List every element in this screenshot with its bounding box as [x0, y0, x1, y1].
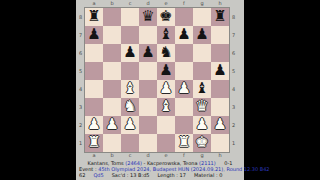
file-labels-top: abcdefgh	[85, 0, 229, 8]
square-c4[interactable]: ♝	[121, 80, 139, 98]
rank-label-1: 1	[76, 134, 85, 152]
square-h1[interactable]	[211, 134, 229, 152]
file-label-f: f	[175, 152, 193, 159]
info-move-number: 62	[79, 172, 85, 178]
square-c7[interactable]	[121, 26, 139, 44]
square-a5[interactable]	[85, 62, 103, 80]
square-d2[interactable]	[139, 116, 157, 134]
square-a4[interactable]	[85, 80, 103, 98]
info-line: 62 Qd5 Sac'd : 13 B:d5 Length : 17 Mater…	[79, 172, 241, 178]
black-bishop: ♝	[193, 80, 211, 98]
file-label-f: f	[175, 0, 193, 8]
square-g7[interactable]: ♟	[193, 26, 211, 44]
rank-label-2: 2	[229, 116, 238, 134]
rank-label-7: 7	[229, 26, 238, 44]
rank-label-5: 5	[76, 62, 85, 80]
square-c2[interactable]: ♟	[121, 116, 139, 134]
rank-label-6: 6	[76, 44, 85, 62]
rank-labels-left: 87654321	[76, 8, 85, 152]
black-rook: ♜	[211, 8, 229, 26]
rank-label-5: 5	[229, 62, 238, 80]
square-e8[interactable]: ♚	[157, 8, 175, 26]
rank-label-3: 3	[76, 98, 85, 116]
square-d4[interactable]	[139, 80, 157, 98]
white-pawn: ♟	[211, 116, 229, 134]
square-a7[interactable]: ♟	[85, 26, 103, 44]
diagram-panel: abcdefgh 87654321 ♜♛♚♜♟♝♟♟♟♟♞♟♟♝♟♟♝♞♝♛♟♟…	[76, 0, 244, 180]
white-pawn: ♟	[157, 80, 175, 98]
black-pawn: ♟	[121, 44, 139, 62]
rank-label-7: 7	[76, 26, 85, 44]
info-move[interactable]: Qd5	[93, 172, 103, 178]
file-label-d: d	[139, 152, 157, 159]
square-h2[interactable]: ♟	[211, 116, 229, 134]
rank-label-4: 4	[229, 80, 238, 98]
square-h6[interactable]	[211, 44, 229, 62]
black-pawn: ♟	[157, 62, 175, 80]
white-pawn: ♟	[103, 116, 121, 134]
white-rook: ♜	[175, 134, 193, 152]
square-g4[interactable]: ♝	[193, 80, 211, 98]
square-f2[interactable]	[175, 116, 193, 134]
black-rook: ♜	[85, 8, 103, 26]
square-b6[interactable]	[103, 44, 121, 62]
square-a8[interactable]: ♜	[85, 8, 103, 26]
square-h4[interactable]	[211, 80, 229, 98]
square-h3[interactable]	[211, 98, 229, 116]
caption: Kantans, Toms (2464) - Kacperowska, Teon…	[76, 159, 244, 178]
rank-label-8: 8	[76, 8, 85, 26]
white-rook: ♜	[85, 134, 103, 152]
file-label-c: c	[121, 152, 139, 159]
square-g5[interactable]	[193, 62, 211, 80]
rank-label-8: 8	[229, 8, 238, 26]
square-g3[interactable]: ♛	[193, 98, 211, 116]
black-pawn: ♟	[139, 44, 157, 62]
square-d8[interactable]: ♛	[139, 8, 157, 26]
square-b2[interactable]: ♟	[103, 116, 121, 134]
square-f1[interactable]: ♜	[175, 134, 193, 152]
square-b8[interactable]	[103, 8, 121, 26]
white-knight: ♞	[121, 98, 139, 116]
white-king: ♚	[193, 134, 211, 152]
eco-code[interactable]: B42	[260, 166, 270, 172]
white-queen: ♛	[193, 98, 211, 116]
square-h8[interactable]: ♜	[211, 8, 229, 26]
square-e7[interactable]: ♝	[157, 26, 175, 44]
file-label-b: b	[103, 152, 121, 159]
square-g2[interactable]: ♟	[193, 116, 211, 134]
square-d6[interactable]: ♟	[139, 44, 157, 62]
square-f7[interactable]: ♟	[175, 26, 193, 44]
square-e4[interactable]: ♟	[157, 80, 175, 98]
file-label-b: b	[103, 0, 121, 8]
rank-label-2: 2	[76, 116, 85, 134]
square-e3[interactable]: ♝	[157, 98, 175, 116]
black-bishop: ♝	[157, 26, 175, 44]
square-d5[interactable]	[139, 62, 157, 80]
square-f3[interactable]	[175, 98, 193, 116]
black-knight: ♞	[157, 44, 175, 62]
info-sac: Sac'd : 13 B:d5	[112, 172, 150, 178]
square-f5[interactable]	[175, 62, 193, 80]
file-label-h: h	[211, 152, 229, 159]
square-c5[interactable]	[121, 62, 139, 80]
info-material: Material : 0	[194, 172, 222, 178]
file-label-g: g	[193, 152, 211, 159]
square-b5[interactable]	[103, 62, 121, 80]
square-d7[interactable]	[139, 26, 157, 44]
square-e2[interactable]	[157, 116, 175, 134]
rank-label-1: 1	[229, 134, 238, 152]
square-d3[interactable]	[139, 98, 157, 116]
square-f8[interactable]	[175, 8, 193, 26]
square-a3[interactable]	[85, 98, 103, 116]
file-label-c: c	[121, 0, 139, 8]
square-e5[interactable]: ♟	[157, 62, 175, 80]
square-e6[interactable]: ♞	[157, 44, 175, 62]
square-b1[interactable]	[103, 134, 121, 152]
square-b7[interactable]	[103, 26, 121, 44]
white-pawn: ♟	[193, 116, 211, 134]
black-pawn: ♟	[211, 62, 229, 80]
square-h5[interactable]: ♟	[211, 62, 229, 80]
white-pawn: ♟	[175, 80, 193, 98]
black-pawn: ♟	[175, 26, 193, 44]
square-f4[interactable]: ♟	[175, 80, 193, 98]
rank-label-4: 4	[76, 80, 85, 98]
square-a6[interactable]	[85, 44, 103, 62]
square-g8[interactable]	[193, 8, 211, 26]
square-a2[interactable]: ♟	[85, 116, 103, 134]
square-h7[interactable]	[211, 26, 229, 44]
square-c6[interactable]: ♟	[121, 44, 139, 62]
info-length: Length : 17	[158, 172, 186, 178]
white-pawn: ♟	[121, 116, 139, 134]
white-bishop: ♝	[121, 80, 139, 98]
rank-label-6: 6	[229, 44, 238, 62]
square-a1[interactable]: ♜	[85, 134, 103, 152]
black-pawn: ♟	[85, 26, 103, 44]
rank-label-3: 3	[229, 98, 238, 116]
file-labels-bottom: abcdefgh	[85, 152, 229, 159]
file-label-a: a	[85, 152, 103, 159]
square-b4[interactable]	[103, 80, 121, 98]
square-g6[interactable]	[193, 44, 211, 62]
square-d1[interactable]	[139, 134, 157, 152]
white-pawn: ♟	[85, 116, 103, 134]
square-c1[interactable]	[121, 134, 139, 152]
rank-labels-right: 87654321	[229, 8, 244, 152]
black-king: ♚	[157, 8, 175, 26]
black-pawn: ♟	[193, 26, 211, 44]
square-e1[interactable]	[157, 134, 175, 152]
white-bishop: ♝	[157, 98, 175, 116]
square-c8[interactable]	[121, 8, 139, 26]
square-g1[interactable]: ♚	[193, 134, 211, 152]
square-f6[interactable]	[175, 44, 193, 62]
file-label-e: e	[157, 152, 175, 159]
square-b3[interactable]	[103, 98, 121, 116]
black-queen: ♛	[139, 8, 157, 26]
file-label-g: g	[193, 0, 211, 8]
board: ♜♛♚♜♟♝♟♟♟♟♞♟♟♝♟♟♝♞♝♛♟♟♟♟♟♜♜♚	[85, 8, 229, 152]
square-c3[interactable]: ♞	[121, 98, 139, 116]
